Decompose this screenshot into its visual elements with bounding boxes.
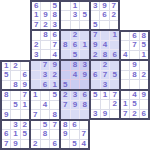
cell-r1c9[interactable]: [91, 11, 99, 19]
cell-r2c3[interactable]: 7: [32, 21, 40, 29]
given-digit: 6: [102, 11, 106, 19]
given-digit: 9: [4, 111, 8, 119]
given-digit: 6: [93, 71, 97, 79]
cell-r7c10[interactable]: 7: [101, 71, 110, 80]
given-digit: 1: [73, 2, 77, 10]
cell-r8c7[interactable]: [71, 80, 80, 89]
given-digit: 1: [33, 91, 37, 99]
given-digit: 3: [93, 110, 97, 118]
given-digit: 9: [103, 110, 107, 118]
cell-r8c2[interactable]: 9: [21, 81, 29, 89]
sudoku-box-r3c3: 517239: [90, 90, 120, 120]
cell-r6c7[interactable]: 8: [71, 61, 80, 70]
cell-r6c10[interactable]: 2: [101, 61, 110, 70]
cell-r11c6[interactable]: [61, 110, 70, 119]
cell-r3c12[interactable]: [121, 32, 129, 40]
cell-r7c0[interactable]: 5: [2, 71, 10, 79]
given-digit: 1: [82, 41, 86, 49]
cell-r6c14[interactable]: [140, 61, 148, 70]
given-digit: 6: [43, 81, 47, 89]
cell-r1c10[interactable]: 6: [100, 11, 108, 19]
sudoku-box-r0c2: 135: [60, 0, 90, 30]
cell-r6c2[interactable]: [21, 62, 29, 70]
given-digit: 5: [142, 41, 146, 49]
cell-r4c11[interactable]: [110, 41, 119, 50]
given-digit: 7: [43, 61, 47, 69]
cell-r1c5[interactable]: 8: [51, 11, 59, 19]
given-digit: 4: [53, 51, 57, 59]
cell-r6c13[interactable]: 9: [130, 61, 138, 70]
cell-r7c1[interactable]: [11, 71, 19, 79]
cell-r12c5[interactable]: 7: [50, 121, 59, 129]
cell-r9c13[interactable]: 4: [130, 91, 138, 99]
given-digit: 2: [52, 71, 56, 79]
cell-r8c3[interactable]: [31, 80, 40, 89]
given-digit: 7: [103, 71, 107, 79]
cell-r0c8[interactable]: [80, 2, 89, 10]
cell-r10c13[interactable]: 5: [130, 100, 138, 108]
cell-r7c2[interactable]: 6: [21, 71, 29, 79]
cell-r1c6[interactable]: [61, 11, 70, 19]
cell-r8c5[interactable]: 1: [50, 80, 59, 89]
cell-r5c3[interactable]: 3: [32, 50, 40, 59]
cell-r6c5[interactable]: 9: [50, 61, 59, 70]
cell-r9c11[interactable]: 7: [110, 91, 119, 99]
cell-r9c8[interactable]: 6: [80, 91, 89, 100]
cell-r8c4[interactable]: 6: [41, 80, 50, 89]
given-digit: 5: [82, 11, 86, 19]
given-digit: 8: [43, 130, 47, 138]
cell-r0c5[interactable]: 5: [51, 2, 59, 10]
sudoku-box-r4c0: 3261579: [0, 120, 30, 150]
cell-r9c4[interactable]: [41, 91, 50, 100]
given-digit: 9: [23, 81, 27, 89]
given-digit: 5: [52, 91, 56, 99]
sudoku-box-r3c4: 4915726: [120, 90, 150, 120]
cell-r12c3[interactable]: [31, 121, 40, 129]
cell-r3c5[interactable]: 6: [51, 31, 59, 40]
sudoku-box-r1c2: 28615: [60, 30, 90, 60]
given-digit: 3: [53, 21, 57, 29]
given-digit: 2: [63, 91, 67, 99]
cell-r6c11[interactable]: [110, 61, 119, 70]
cell-r9c14[interactable]: 9: [140, 91, 148, 99]
sudoku-box-r1c4: 687541: [120, 30, 150, 60]
cell-r6c12[interactable]: [121, 61, 129, 70]
given-digit: 1: [13, 130, 17, 138]
cell-r11c8[interactable]: [80, 110, 89, 119]
given-digit: 9: [82, 71, 86, 79]
given-digit: 9: [43, 11, 47, 19]
given-digit: 1: [52, 81, 56, 89]
cell-r2c10[interactable]: [100, 21, 108, 29]
cell-r10c8[interactable]: 8: [80, 101, 89, 110]
cell-r1c3[interactable]: 1: [32, 11, 40, 19]
given-digit: 7: [53, 41, 57, 49]
cell-r5c8[interactable]: [80, 50, 89, 59]
cell-r4c4[interactable]: [41, 41, 49, 50]
cell-r4c14[interactable]: 5: [140, 41, 148, 49]
given-digit: 2: [103, 61, 107, 69]
cell-r8c10[interactable]: 3: [101, 80, 110, 89]
cell-r5c6[interactable]: [61, 50, 70, 59]
cell-r14c8[interactable]: 4: [80, 140, 88, 148]
cell-r11c1[interactable]: [11, 110, 19, 119]
given-digit: 7: [112, 91, 116, 99]
given-digit: 3: [73, 11, 77, 19]
given-digit: 5: [23, 130, 27, 138]
given-digit: 6: [34, 2, 38, 10]
cell-r6c1[interactable]: 2: [11, 62, 19, 70]
given-digit: 8: [43, 31, 47, 39]
cell-r14c7[interactable]: 5: [70, 140, 78, 148]
cell-r8c9[interactable]: [91, 80, 100, 89]
given-digit: 8: [4, 91, 8, 99]
given-digit: 5: [13, 101, 17, 109]
given-digit: 2: [132, 110, 136, 118]
cell-r7c8[interactable]: 9: [80, 71, 89, 80]
given-digit: 2: [13, 62, 17, 70]
cell-r3c4[interactable]: 8: [41, 31, 49, 40]
given-digit: 9: [132, 61, 136, 69]
given-digit: 7: [4, 140, 8, 148]
cell-r3c8[interactable]: [80, 31, 89, 40]
cell-r3c14[interactable]: 8: [140, 32, 148, 40]
given-digit: 1: [123, 100, 127, 108]
cell-r11c5[interactable]: 8: [50, 110, 59, 119]
cell-r13c2[interactable]: 5: [21, 130, 29, 138]
cell-r3c6[interactable]: [61, 31, 70, 40]
sudoku-box-r1c3: 7194286: [90, 30, 120, 60]
given-digit: 9: [73, 101, 77, 109]
cell-r12c6[interactable]: 8: [61, 121, 69, 129]
given-digit: 5: [93, 91, 97, 99]
given-digit: 6: [4, 130, 8, 138]
given-digit: 7: [34, 21, 38, 29]
sudoku-box-r2c4: 982: [120, 60, 150, 90]
cell-r7c13[interactable]: 8: [130, 71, 138, 80]
cell-r11c7[interactable]: [71, 110, 80, 119]
cell-r8c8[interactable]: [80, 80, 89, 89]
cell-r8c6[interactable]: 5: [61, 80, 70, 89]
cell-r7c6[interactable]: [61, 71, 70, 80]
cell-r3c7[interactable]: 2: [71, 31, 80, 40]
given-digit: 8: [63, 121, 67, 129]
given-digit: 2: [34, 41, 38, 49]
sudoku-box-r2c0: 125689: [0, 60, 30, 90]
cell-r12c7[interactable]: 6: [70, 121, 78, 129]
cell-r12c1[interactable]: 3: [11, 121, 19, 129]
cell-r2c5[interactable]: 3: [51, 21, 59, 29]
cell-r11c11[interactable]: [110, 110, 119, 118]
sudoku-box-r2c2: 83495: [60, 60, 90, 90]
cell-r13c0[interactable]: 6: [2, 130, 10, 138]
cell-r9c10[interactable]: 1: [101, 91, 110, 99]
cell-r9c6[interactable]: 2: [61, 91, 70, 100]
cell-r10c9[interactable]: [91, 100, 100, 108]
cell-r6c4[interactable]: 7: [41, 61, 50, 70]
cell-r9c1[interactable]: [11, 91, 19, 100]
given-digit: 7: [52, 121, 56, 129]
given-digit: 9: [52, 61, 56, 69]
cell-r7c5[interactable]: 2: [50, 71, 59, 80]
given-digit: 8: [53, 11, 57, 19]
given-digit: 6: [53, 31, 57, 39]
cell-r10c3[interactable]: [31, 101, 40, 110]
cell-r10c10[interactable]: [101, 100, 110, 108]
given-digit: 5: [132, 100, 136, 108]
cell-r4c8[interactable]: 1: [80, 41, 89, 50]
given-digit: 8: [73, 61, 77, 69]
given-digit: 4: [103, 41, 107, 49]
given-digit: 9: [102, 2, 106, 10]
cell-r6c6[interactable]: [61, 61, 70, 70]
cell-r5c10[interactable]: 8: [101, 50, 110, 59]
cell-r6c9[interactable]: [91, 61, 100, 70]
cell-r12c8[interactable]: [80, 121, 88, 129]
cell-r10c11[interactable]: 2: [110, 100, 119, 108]
given-digit: 8: [132, 71, 136, 79]
cell-r2c6[interactable]: [61, 21, 70, 29]
given-digit: 2: [112, 11, 116, 19]
given-digit: 9: [93, 41, 97, 49]
cell-r2c11[interactable]: [110, 21, 118, 29]
cell-r10c2[interactable]: 1: [21, 101, 29, 110]
cell-r3c3[interactable]: [32, 31, 40, 40]
cell-r0c9[interactable]: 3: [91, 2, 99, 10]
cell-r1c4[interactable]: 9: [41, 11, 49, 19]
given-digit: 4: [82, 140, 86, 148]
cell-r5c14[interactable]: 1: [140, 51, 148, 59]
cell-r11c0[interactable]: 9: [2, 110, 10, 119]
cell-r11c12[interactable]: 7: [121, 110, 129, 118]
given-digit: 3: [43, 71, 47, 79]
given-digit: 5: [73, 51, 77, 59]
cell-r7c9[interactable]: 6: [91, 71, 100, 80]
cell-r14c1[interactable]: 9: [11, 140, 19, 148]
given-digit: 2: [33, 140, 37, 148]
given-digit: 1: [4, 62, 8, 70]
given-digit: 7: [132, 41, 136, 49]
cell-r8c0[interactable]: [2, 81, 10, 89]
sudoku-box-r2c3: 26753: [90, 60, 120, 90]
cell-r10c14[interactable]: [140, 100, 148, 108]
cell-r4c5[interactable]: 7: [51, 41, 59, 50]
cell-r4c9[interactable]: 9: [91, 41, 100, 50]
cell-r0c6[interactable]: [61, 2, 70, 10]
cell-r5c11[interactable]: 6: [110, 50, 119, 59]
given-digit: 3: [82, 61, 86, 69]
cell-r12c4[interactable]: 5: [41, 121, 50, 129]
sudoku-box-r4c1: 57826: [30, 120, 60, 150]
cell-r7c4[interactable]: 3: [41, 71, 50, 80]
cell-r13c4[interactable]: 8: [41, 130, 50, 138]
cell-r0c4[interactable]: [41, 2, 49, 10]
given-digit: 7: [23, 91, 27, 99]
cell-r5c7[interactable]: 5: [71, 50, 80, 59]
cell-r14c0[interactable]: 7: [2, 140, 10, 148]
given-digit: 8: [63, 41, 67, 49]
cell-r10c6[interactable]: 7: [61, 101, 70, 110]
cell-r6c8[interactable]: 3: [80, 61, 89, 70]
given-digit: 5: [112, 71, 116, 79]
cell-r11c4[interactable]: [41, 110, 50, 119]
given-digit: 6: [112, 51, 116, 59]
given-digit: 4: [43, 101, 47, 109]
cell-r12c0[interactable]: [2, 121, 10, 129]
cell-r2c7[interactable]: [71, 21, 80, 29]
cell-r13c7[interactable]: [70, 130, 78, 138]
cell-r7c12[interactable]: [121, 71, 129, 80]
cell-r13c5[interactable]: [50, 130, 59, 138]
cell-r7c11[interactable]: 5: [110, 71, 119, 80]
given-digit: 6: [23, 71, 27, 79]
given-digit: 6: [52, 140, 56, 148]
given-digit: 5: [4, 71, 8, 79]
cell-r5c12[interactable]: 4: [121, 51, 129, 59]
cell-r1c7[interactable]: 3: [71, 11, 80, 19]
given-digit: 8: [142, 32, 146, 40]
given-digit: 6: [142, 110, 146, 118]
sudoku-box-r1c1: 862734: [30, 30, 60, 60]
given-digit: 8: [82, 101, 86, 109]
cell-r11c3[interactable]: 7: [31, 110, 40, 119]
cell-r4c13[interactable]: 7: [130, 41, 138, 49]
given-digit: 3: [34, 51, 38, 59]
cell-r0c10[interactable]: 9: [100, 2, 108, 10]
cell-r7c7[interactable]: 4: [71, 71, 80, 80]
sudoku-box-r3c2: 236798: [60, 90, 90, 120]
cell-r5c13[interactable]: [130, 51, 138, 59]
sudoku-box-r3c1: 15478: [30, 90, 60, 120]
cell-r10c7[interactable]: 9: [71, 101, 80, 110]
cell-r11c14[interactable]: 6: [140, 110, 148, 118]
cell-r10c4[interactable]: 4: [41, 101, 50, 110]
sudoku-board: 6519872313539762586273428615719428668754…: [0, 0, 150, 150]
given-digit: 2: [23, 121, 27, 129]
cell-r14c4[interactable]: [41, 140, 50, 148]
given-digit: 6: [72, 121, 76, 129]
given-digit: 2: [142, 71, 146, 79]
given-digit: 1: [23, 101, 27, 109]
given-digit: 5: [63, 81, 67, 89]
cell-r10c0[interactable]: [2, 101, 10, 110]
cell-r14c2[interactable]: [21, 140, 29, 148]
cell-r11c2[interactable]: [21, 110, 29, 119]
cell-r3c9[interactable]: 7: [91, 31, 100, 40]
given-digit: 3: [13, 121, 17, 129]
cell-r9c7[interactable]: 3: [71, 91, 80, 100]
sudoku-box-r3c0: 87519: [0, 90, 30, 120]
cell-r14c3[interactable]: 2: [31, 140, 40, 148]
cell-r5c4[interactable]: [41, 50, 49, 59]
given-digit: 9: [13, 140, 17, 148]
given-digit: 3: [73, 91, 77, 99]
cell-r14c5[interactable]: 6: [50, 140, 59, 148]
cell-r8c13[interactable]: [130, 80, 138, 89]
cell-r13c3[interactable]: [31, 130, 40, 138]
cell-r8c14[interactable]: [140, 80, 148, 89]
given-digit: 5: [93, 21, 97, 29]
cell-r13c6[interactable]: 9: [61, 130, 69, 138]
cell-r9c3[interactable]: 1: [31, 91, 40, 100]
given-digit: 2: [43, 21, 47, 29]
given-digit: 8: [103, 51, 107, 59]
given-digit: 2: [112, 100, 116, 108]
cell-r9c9[interactable]: 5: [91, 91, 100, 99]
given-digit: 7: [33, 111, 37, 119]
given-digit: 5: [43, 121, 47, 129]
cell-r3c10[interactable]: [101, 31, 110, 40]
cell-r9c12[interactable]: [121, 91, 129, 99]
cell-r3c13[interactable]: 6: [130, 32, 138, 40]
given-digit: 7: [82, 130, 86, 138]
cell-r2c9[interactable]: 5: [91, 21, 99, 29]
cell-r11c10[interactable]: 9: [101, 110, 110, 118]
cell-r9c2[interactable]: 7: [21, 91, 29, 100]
given-digit: 4: [123, 51, 127, 59]
cell-r2c8[interactable]: [80, 21, 89, 29]
cell-r7c14[interactable]: 2: [140, 71, 148, 80]
cell-r4c7[interactable]: 6: [71, 41, 80, 50]
cell-r1c11[interactable]: 2: [110, 11, 118, 19]
cell-r2c4[interactable]: 2: [41, 21, 49, 29]
cell-r0c11[interactable]: 7: [110, 2, 118, 10]
cell-r4c12[interactable]: [121, 41, 129, 49]
cell-r10c5[interactable]: [50, 101, 59, 110]
cell-r10c12[interactable]: 1: [121, 100, 129, 108]
cell-r3c11[interactable]: 1: [110, 31, 119, 40]
given-digit: 1: [112, 31, 116, 39]
given-digit: 4: [132, 91, 136, 99]
cell-r7c3[interactable]: [31, 71, 40, 80]
cell-r9c0[interactable]: 8: [2, 91, 10, 100]
given-digit: 5: [72, 140, 76, 148]
given-digit: 3: [103, 81, 107, 89]
given-digit: 1: [103, 91, 107, 99]
cell-r11c9[interactable]: 3: [91, 110, 100, 118]
given-digit: 6: [132, 32, 136, 40]
cell-r5c5[interactable]: 4: [51, 50, 59, 59]
cell-r0c3[interactable]: 6: [32, 2, 40, 10]
cell-r14c6[interactable]: [61, 140, 69, 148]
cell-r13c8[interactable]: 7: [80, 130, 88, 138]
cell-r5c9[interactable]: 2: [91, 50, 100, 59]
cell-r1c8[interactable]: 5: [80, 11, 89, 19]
cell-r6c0[interactable]: 1: [2, 62, 10, 70]
given-digit: 6: [82, 91, 86, 99]
cell-r8c11[interactable]: [110, 80, 119, 89]
given-digit: 9: [63, 130, 67, 138]
given-digit: 3: [93, 2, 97, 10]
cell-r9c5[interactable]: 5: [50, 91, 59, 100]
cell-r11c13[interactable]: 2: [130, 110, 138, 118]
cell-r8c1[interactable]: 8: [11, 81, 19, 89]
cell-r4c10[interactable]: 4: [101, 41, 110, 50]
cell-r4c6[interactable]: 8: [61, 41, 70, 50]
cell-r12c2[interactable]: 2: [21, 121, 29, 129]
given-digit: 4: [73, 71, 77, 79]
given-digit: 9: [142, 91, 146, 99]
given-digit: 6: [73, 41, 77, 49]
cell-r10c1[interactable]: 5: [11, 101, 19, 110]
cell-r13c1[interactable]: 1: [11, 130, 19, 138]
cell-r6c3[interactable]: [31, 61, 40, 70]
sudoku-box-r2c1: 793261: [30, 60, 60, 90]
cell-r8c12[interactable]: [121, 80, 129, 89]
cell-r0c7[interactable]: 1: [71, 2, 80, 10]
cell-r4c3[interactable]: 2: [32, 41, 40, 50]
